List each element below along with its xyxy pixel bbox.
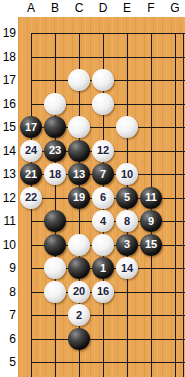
go-diagram-app: 172423122118137102219651148931511420162 … <box>0 0 185 377</box>
stone-B13-move-18[interactable]: 18 <box>44 163 66 185</box>
stone-D9-move-1[interactable]: 1 <box>92 257 114 279</box>
stone-D10[interactable] <box>92 234 114 256</box>
stone-A13-move-21[interactable]: 21 <box>20 163 42 185</box>
v-gridline-G <box>175 33 176 377</box>
stone-D8-move-16[interactable]: 16 <box>92 281 114 303</box>
stone-B15[interactable] <box>44 116 66 138</box>
row-label-12: 12 <box>0 191 16 205</box>
stone-D17[interactable] <box>92 69 114 91</box>
row-label-6: 6 <box>0 332 16 346</box>
stone-D13-move-7[interactable]: 7 <box>92 163 114 185</box>
stone-C8-move-20[interactable]: 20 <box>68 281 90 303</box>
stone-E9-move-14[interactable]: 14 <box>116 257 138 279</box>
stone-E10-move-3[interactable]: 3 <box>116 234 138 256</box>
stone-F10-move-15[interactable]: 15 <box>140 234 162 256</box>
stone-D16[interactable] <box>92 93 114 115</box>
col-label-E: E <box>119 1 135 16</box>
stone-C12-move-19[interactable]: 19 <box>68 187 90 209</box>
row-label-7: 7 <box>0 308 16 322</box>
stone-E12-move-5[interactable]: 5 <box>116 187 138 209</box>
stone-B10[interactable] <box>44 234 66 256</box>
stone-C13-move-13[interactable]: 13 <box>68 163 90 185</box>
stone-C6[interactable] <box>68 328 90 350</box>
stone-D14-move-12[interactable]: 12 <box>92 140 114 162</box>
stone-A14-move-24[interactable]: 24 <box>20 140 42 162</box>
stone-B9[interactable] <box>44 257 66 279</box>
row-label-17: 17 <box>0 73 16 87</box>
row-label-19: 19 <box>0 26 16 40</box>
stone-B11[interactable] <box>44 210 66 232</box>
stone-C9[interactable] <box>68 257 90 279</box>
row-label-15: 15 <box>0 120 16 134</box>
stone-C7-move-2[interactable]: 2 <box>68 304 90 326</box>
stone-C10[interactable] <box>68 234 90 256</box>
row-label-16: 16 <box>0 97 16 111</box>
col-label-C: C <box>71 1 87 16</box>
row-label-14: 14 <box>0 144 16 158</box>
board-crop-edge-line <box>183 33 184 377</box>
row-label-5: 5 <box>0 355 16 369</box>
stone-F12-move-11[interactable]: 11 <box>140 187 162 209</box>
stone-E15[interactable] <box>116 116 138 138</box>
row-label-10: 10 <box>0 238 16 252</box>
row-label-13: 13 <box>0 167 16 181</box>
col-label-D: D <box>95 1 111 16</box>
row-label-9: 9 <box>0 261 16 275</box>
stone-B16[interactable] <box>44 93 66 115</box>
col-label-F: F <box>143 1 159 16</box>
stone-D11-move-4[interactable]: 4 <box>92 210 114 232</box>
stone-C17[interactable] <box>68 69 90 91</box>
stone-E11-move-8[interactable]: 8 <box>116 210 138 232</box>
stone-C14[interactable] <box>68 140 90 162</box>
stone-E13-move-10[interactable]: 10 <box>116 163 138 185</box>
stone-F11-move-9[interactable]: 9 <box>140 210 162 232</box>
col-label-A: A <box>23 1 39 16</box>
row-label-11: 11 <box>0 214 16 228</box>
col-label-G: G <box>167 1 183 16</box>
stone-B14-move-23[interactable]: 23 <box>44 140 66 162</box>
stone-A12-move-22[interactable]: 22 <box>20 187 42 209</box>
stone-B8[interactable] <box>44 281 66 303</box>
row-label-8: 8 <box>0 285 16 299</box>
go-board: 172423122118137102219651148931511420162 <box>18 17 185 377</box>
stone-D12-move-6[interactable]: 6 <box>92 187 114 209</box>
stone-A15-move-17[interactable]: 17 <box>20 116 42 138</box>
row-label-18: 18 <box>0 50 16 64</box>
v-gridline-B <box>55 33 56 377</box>
col-label-B: B <box>47 1 63 16</box>
stone-C15[interactable] <box>68 116 90 138</box>
